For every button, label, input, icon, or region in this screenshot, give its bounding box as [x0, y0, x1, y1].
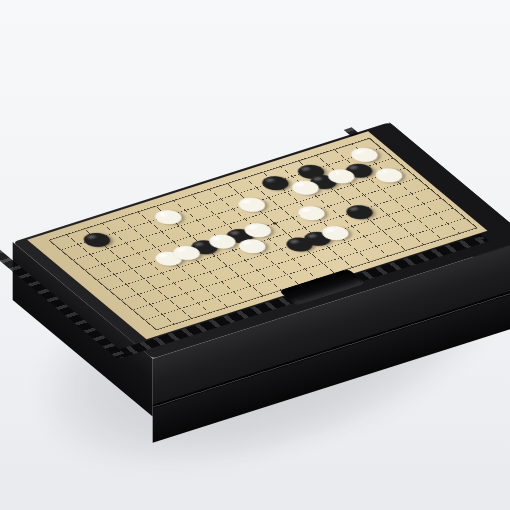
stone-gloss	[176, 247, 186, 252]
stone-gloss	[247, 225, 257, 230]
stone-gloss	[158, 212, 168, 217]
stone-gloss	[289, 239, 299, 244]
stone-gloss	[378, 169, 388, 174]
white-stone: ●	[369, 164, 405, 183]
white-stone: ●	[232, 194, 268, 213]
stone-gloss	[307, 233, 317, 238]
stone-gloss	[242, 240, 252, 245]
stone-gloss	[330, 171, 340, 176]
stone-gloss	[86, 234, 96, 239]
white-stone: ●	[292, 202, 328, 221]
stone-gloss	[158, 253, 168, 258]
black-stone: ●	[77, 229, 113, 248]
product-photo-scene: ●●●●●●●●●●●●●●●●●●●●●●●	[0, 0, 510, 510]
stone-gloss	[241, 199, 251, 204]
stone-gloss	[265, 178, 275, 183]
stone-gloss	[325, 228, 335, 233]
stone-gloss	[301, 208, 311, 213]
stone-gloss	[212, 236, 222, 241]
black-stone: ●	[340, 201, 376, 220]
stone-gloss	[295, 182, 305, 187]
stone-gloss	[354, 149, 364, 154]
star-point	[272, 222, 278, 225]
stone-gloss	[349, 206, 359, 211]
white-stone: ●	[149, 206, 185, 225]
